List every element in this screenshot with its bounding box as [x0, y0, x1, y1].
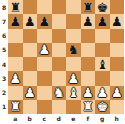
square-h6[interactable]: [110, 29, 125, 43]
square-c4[interactable]: [37, 57, 52, 71]
square-d4[interactable]: [52, 57, 67, 71]
white-rook[interactable]: ♜: [9, 100, 21, 113]
square-g5[interactable]: [95, 43, 110, 57]
square-h7[interactable]: ♟: [110, 14, 125, 28]
square-e5[interactable]: ♞: [66, 43, 81, 57]
square-f5[interactable]: [81, 43, 96, 57]
rank-label-4: 4: [0, 57, 8, 71]
square-b6[interactable]: [23, 29, 38, 43]
square-b8[interactable]: [23, 0, 38, 14]
square-b7[interactable]: ♟: [23, 14, 38, 28]
square-b3[interactable]: [23, 71, 38, 85]
square-g4[interactable]: ♝: [95, 57, 110, 71]
white-knight[interactable]: ♞: [53, 86, 65, 99]
square-h2[interactable]: ♟: [110, 86, 125, 100]
square-g1[interactable]: ♚: [95, 100, 110, 114]
square-g7[interactable]: ♟: [95, 14, 110, 28]
white-pawn[interactable]: ♟: [24, 86, 36, 99]
white-pawn[interactable]: ♟: [111, 86, 123, 99]
file-label-e: e: [66, 114, 81, 124]
chess-board: ♜♜♚♟♟♟♟♟♟♟♞♝♟♟♟♞♝♟♟♟♜♜♚: [8, 0, 124, 114]
file-label-f: f: [81, 114, 96, 124]
square-h4[interactable]: [110, 57, 125, 71]
square-e7[interactable]: [66, 14, 81, 28]
file-label-h: h: [110, 114, 125, 124]
file-labels: abcdefgh: [8, 114, 124, 124]
square-c5[interactable]: ♟: [37, 43, 52, 57]
square-f3[interactable]: [81, 71, 96, 85]
white-rook[interactable]: ♜: [82, 100, 94, 113]
square-c8[interactable]: [37, 0, 52, 14]
file-label-d: d: [52, 114, 67, 124]
square-e2[interactable]: ♝: [66, 86, 81, 100]
square-a3[interactable]: ♟: [8, 71, 23, 85]
square-a2[interactable]: [8, 86, 23, 100]
square-c6[interactable]: [37, 29, 52, 43]
white-pawn[interactable]: ♟: [67, 71, 79, 84]
square-a6[interactable]: [8, 29, 23, 43]
square-a4[interactable]: [8, 57, 23, 71]
square-e3[interactable]: ♟: [66, 71, 81, 85]
square-f6[interactable]: [81, 29, 96, 43]
black-pawn[interactable]: ♟: [82, 14, 94, 27]
square-h3[interactable]: [110, 71, 125, 85]
black-pawn[interactable]: ♟: [96, 14, 108, 27]
chess-diagram: 87654321 ♜♜♚♟♟♟♟♟♟♟♞♝♟♟♟♞♝♟♟♟♜♜♚ abcdefg…: [0, 0, 124, 124]
white-pawn[interactable]: ♟: [96, 86, 108, 99]
square-f8[interactable]: ♜: [81, 0, 96, 14]
square-e6[interactable]: [66, 29, 81, 43]
square-e1[interactable]: [66, 100, 81, 114]
rank-label-1: 1: [0, 100, 8, 114]
white-pawn[interactable]: ♟: [82, 86, 94, 99]
square-f2[interactable]: ♟: [81, 86, 96, 100]
square-d6[interactable]: [52, 29, 67, 43]
rank-label-3: 3: [0, 71, 8, 85]
square-a1[interactable]: ♜: [8, 100, 23, 114]
file-label-b: b: [23, 114, 38, 124]
black-pawn[interactable]: ♟: [111, 14, 123, 27]
white-pawn[interactable]: ♟: [9, 71, 21, 84]
square-e4[interactable]: [66, 57, 81, 71]
square-d8[interactable]: [52, 0, 67, 14]
black-rook[interactable]: ♜: [9, 0, 21, 13]
black-king[interactable]: ♚: [96, 0, 108, 13]
square-f1[interactable]: ♜: [81, 100, 96, 114]
rank-label-8: 8: [0, 0, 8, 14]
square-d1[interactable]: [52, 100, 67, 114]
square-g8[interactable]: ♚: [95, 0, 110, 14]
square-h1[interactable]: [110, 100, 125, 114]
square-d2[interactable]: ♞: [52, 86, 67, 100]
file-label-c: c: [37, 114, 52, 124]
file-label-a: a: [8, 114, 23, 124]
black-pawn[interactable]: ♟: [24, 14, 36, 27]
square-c2[interactable]: [37, 86, 52, 100]
black-rook[interactable]: ♜: [82, 0, 94, 13]
square-g2[interactable]: ♟: [95, 86, 110, 100]
square-g3[interactable]: [95, 71, 110, 85]
square-c1[interactable]: [37, 100, 52, 114]
square-h5[interactable]: [110, 43, 125, 57]
black-knight[interactable]: ♞: [67, 43, 79, 56]
rank-labels: 87654321: [0, 0, 8, 114]
square-e8[interactable]: [66, 0, 81, 14]
file-label-g: g: [95, 114, 110, 124]
square-b4[interactable]: [23, 57, 38, 71]
white-bishop[interactable]: ♝: [67, 86, 79, 99]
black-pawn[interactable]: ♟: [38, 14, 50, 27]
square-c3[interactable]: [37, 71, 52, 85]
rank-label-7: 7: [0, 14, 8, 28]
square-f4[interactable]: [81, 57, 96, 71]
square-c7[interactable]: ♟: [37, 14, 52, 28]
square-d5[interactable]: [52, 43, 67, 57]
rank-label-2: 2: [0, 86, 8, 100]
rank-label-6: 6: [0, 29, 8, 43]
white-pawn[interactable]: ♟: [38, 43, 50, 56]
white-king[interactable]: ♚: [96, 100, 108, 113]
square-b2[interactable]: ♟: [23, 86, 38, 100]
square-f7[interactable]: ♟: [81, 14, 96, 28]
square-a7[interactable]: ♟: [8, 14, 23, 28]
square-g6[interactable]: [95, 29, 110, 43]
square-h8[interactable]: [110, 0, 125, 14]
square-b1[interactable]: [23, 100, 38, 114]
square-a5[interactable]: [8, 43, 23, 57]
square-a8[interactable]: ♜: [8, 0, 23, 14]
square-b5[interactable]: [23, 43, 38, 57]
rank-label-5: 5: [0, 43, 8, 57]
square-d7[interactable]: [52, 14, 67, 28]
black-pawn[interactable]: ♟: [9, 14, 21, 27]
square-d3[interactable]: [52, 71, 67, 85]
black-bishop[interactable]: ♝: [96, 57, 108, 70]
